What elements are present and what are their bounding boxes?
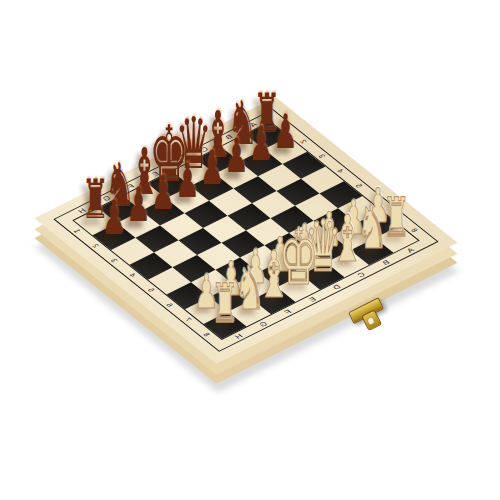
rank-label-8-left: 8 bbox=[409, 227, 420, 233]
rank-label-3-left: 3 bbox=[317, 153, 328, 159]
dark-pawn-g2[interactable]: ♟ bbox=[126, 181, 150, 229]
product-photo-scene: AABBCCDDEEFFGGHH1122334455667788 ♜♞♝♛♚♝♞… bbox=[0, 0, 500, 500]
dark-pawn-h2[interactable]: ♟ bbox=[102, 194, 126, 242]
rank-label-2-right: 2 bbox=[90, 242, 101, 248]
dark-pawn-c2[interactable]: ♟ bbox=[224, 132, 248, 180]
chess-board: AABBCCDDEEFFGGHH1122334455667788 ♜♞♝♛♚♝♞… bbox=[34, 97, 457, 364]
rank-label-5-right: 5 bbox=[146, 287, 157, 293]
rank-label-4-right: 4 bbox=[127, 272, 138, 278]
dark-pawn-b2[interactable]: ♟ bbox=[249, 120, 273, 168]
rank-label-5-left: 5 bbox=[354, 183, 365, 189]
rank-label-3-right: 3 bbox=[109, 257, 120, 263]
dark-pawn-d2[interactable]: ♟ bbox=[200, 145, 224, 193]
rank-label-2-left: 2 bbox=[298, 138, 309, 144]
light-rook-h8[interactable]: ♜ bbox=[211, 277, 239, 331]
rank-label-7-right: 7 bbox=[183, 316, 194, 322]
dark-pawn-a2[interactable]: ♟ bbox=[273, 108, 297, 156]
dark-pawn-e2[interactable]: ♟ bbox=[175, 157, 199, 205]
rank-label-4-left: 4 bbox=[335, 168, 346, 174]
rank-label-6-right: 6 bbox=[164, 302, 175, 308]
dark-pawn-f2[interactable]: ♟ bbox=[151, 169, 175, 217]
